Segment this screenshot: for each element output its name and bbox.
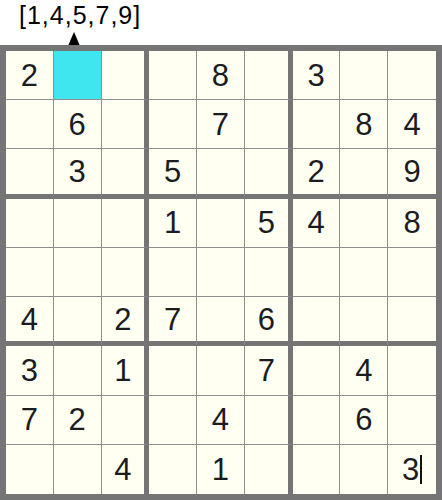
cell-r6c6[interactable]: 6 xyxy=(245,297,293,346)
cell-r3c6[interactable] xyxy=(245,149,293,198)
cell-r2c1[interactable] xyxy=(6,100,54,149)
cell-r9c8[interactable] xyxy=(340,445,388,494)
cell-r3c4[interactable]: 5 xyxy=(149,149,197,198)
cell-r6c7[interactable] xyxy=(293,297,341,346)
cell-r7c6[interactable]: 7 xyxy=(245,346,293,395)
cell-r2c2[interactable]: 6 xyxy=(54,100,102,149)
cell-r2c3[interactable] xyxy=(102,100,150,149)
cell-r8c8[interactable]: 6 xyxy=(340,396,388,445)
cell-r2c5[interactable]: 7 xyxy=(197,100,245,149)
cell-r4c4[interactable]: 1 xyxy=(149,199,197,248)
cell-r6c2[interactable] xyxy=(54,297,102,346)
cell-r5c4[interactable] xyxy=(149,248,197,297)
cell-r5c5[interactable] xyxy=(197,248,245,297)
cell-r2c4[interactable] xyxy=(149,100,197,149)
cell-r2c7[interactable] xyxy=(293,100,341,149)
cell-r6c3[interactable]: 2 xyxy=(102,297,150,346)
cell-r8c6[interactable] xyxy=(245,396,293,445)
sudoku-app: [1,4,5,7,9] 2836784352915484276317472464… xyxy=(0,0,442,500)
cell-r1c3[interactable] xyxy=(102,51,150,100)
candidate-annotation: [1,4,5,7,9] xyxy=(19,1,141,30)
cell-r2c6[interactable] xyxy=(245,100,293,149)
cell-r9c5[interactable]: 1 xyxy=(197,445,245,494)
cell-r3c8[interactable] xyxy=(340,149,388,198)
cell-r1c2[interactable] xyxy=(54,51,102,100)
cell-r7c5[interactable] xyxy=(197,346,245,395)
cell-r8c4[interactable] xyxy=(149,396,197,445)
cell-r3c2[interactable]: 3 xyxy=(54,149,102,198)
cell-r8c5[interactable]: 4 xyxy=(197,396,245,445)
cell-r1c6[interactable] xyxy=(245,51,293,100)
cell-r5c7[interactable] xyxy=(293,248,341,297)
cell-r5c3[interactable] xyxy=(102,248,150,297)
cell-r5c2[interactable] xyxy=(54,248,102,297)
cell-r9c9[interactable]: 3 xyxy=(388,445,436,494)
cell-r6c4[interactable]: 7 xyxy=(149,297,197,346)
cell-r9c3[interactable]: 4 xyxy=(102,445,150,494)
cell-r4c9[interactable]: 8 xyxy=(388,199,436,248)
cell-r9c1[interactable] xyxy=(6,445,54,494)
cell-r3c5[interactable] xyxy=(197,149,245,198)
cell-r9c7[interactable] xyxy=(293,445,341,494)
cell-r6c5[interactable] xyxy=(197,297,245,346)
cell-r1c5[interactable]: 8 xyxy=(197,51,245,100)
cell-r2c9[interactable]: 4 xyxy=(388,100,436,149)
cell-r7c9[interactable] xyxy=(388,346,436,395)
cell-r7c8[interactable]: 4 xyxy=(340,346,388,395)
text-cursor xyxy=(420,455,422,484)
cell-r1c1[interactable]: 2 xyxy=(6,51,54,100)
sudoku-board: 283678435291548427631747246413 xyxy=(0,45,442,500)
cell-r5c9[interactable] xyxy=(388,248,436,297)
cell-r5c8[interactable] xyxy=(340,248,388,297)
cell-r4c3[interactable] xyxy=(102,199,150,248)
cell-r6c8[interactable] xyxy=(340,297,388,346)
cell-r4c6[interactable]: 5 xyxy=(245,199,293,248)
cell-r9c4[interactable] xyxy=(149,445,197,494)
cell-r7c3[interactable]: 1 xyxy=(102,346,150,395)
cell-r8c7[interactable] xyxy=(293,396,341,445)
cell-r1c7[interactable]: 3 xyxy=(293,51,341,100)
cell-r4c8[interactable] xyxy=(340,199,388,248)
cell-r8c2[interactable]: 2 xyxy=(54,396,102,445)
cell-r1c9[interactable] xyxy=(388,51,436,100)
cell-r4c7[interactable]: 4 xyxy=(293,199,341,248)
cell-r4c2[interactable] xyxy=(54,199,102,248)
cell-r9c2[interactable] xyxy=(54,445,102,494)
cell-r5c6[interactable] xyxy=(245,248,293,297)
cell-r8c1[interactable]: 7 xyxy=(6,396,54,445)
cell-r3c7[interactable]: 2 xyxy=(293,149,341,198)
cell-r7c7[interactable] xyxy=(293,346,341,395)
cell-r7c1[interactable]: 3 xyxy=(6,346,54,395)
cell-r4c1[interactable] xyxy=(6,199,54,248)
cell-r5c1[interactable] xyxy=(6,248,54,297)
cell-r1c8[interactable] xyxy=(340,51,388,100)
cell-r4c5[interactable] xyxy=(197,199,245,248)
cell-r8c9[interactable] xyxy=(388,396,436,445)
cell-r9c6[interactable] xyxy=(245,445,293,494)
cell-r3c3[interactable] xyxy=(102,149,150,198)
cell-r1c4[interactable] xyxy=(149,51,197,100)
cell-r3c9[interactable]: 9 xyxy=(388,149,436,198)
cell-r7c4[interactable] xyxy=(149,346,197,395)
cell-r7c2[interactable] xyxy=(54,346,102,395)
cell-r3c1[interactable] xyxy=(6,149,54,198)
cell-r2c8[interactable]: 8 xyxy=(340,100,388,149)
cell-r8c3[interactable] xyxy=(102,396,150,445)
cell-r6c1[interactable]: 4 xyxy=(6,297,54,346)
cell-r6c9[interactable] xyxy=(388,297,436,346)
